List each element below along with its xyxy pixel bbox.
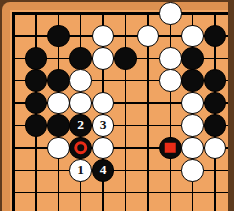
stone-glyph: ●	[49, 114, 67, 136]
move-number-label: 1	[77, 159, 84, 181]
white-stone-c5r6[interactable]: 3	[92, 114, 115, 137]
stone-glyph: ○	[139, 25, 157, 47]
red-circle-mark	[74, 141, 88, 155]
grid-line	[170, 12, 172, 211]
white-stone-c9r7[interactable]: ○	[181, 137, 204, 160]
stone-glyph: ●	[206, 92, 224, 114]
stone-glyph: ●	[27, 70, 45, 92]
red-square-mark	[165, 143, 176, 154]
black-stone-c2r3[interactable]: ●	[25, 47, 48, 70]
stone-glyph: ○	[49, 137, 67, 159]
white-stone-c9r8[interactable]: ○	[181, 159, 204, 182]
stone-glyph: ○	[161, 70, 179, 92]
stone-glyph: ○	[72, 70, 90, 92]
stone-glyph: ○	[161, 2, 179, 24]
black-stone-c3r6[interactable]: ●	[47, 114, 70, 137]
black-stone-c3r2[interactable]: ●	[47, 25, 70, 48]
black-stone-c10r6[interactable]: ●	[204, 114, 227, 137]
stone-glyph: ●	[49, 25, 67, 47]
black-stone-c9r3[interactable]: ●	[181, 47, 204, 70]
white-stone-c8r1[interactable]: ○	[159, 2, 182, 25]
stone-glyph: ●	[49, 70, 67, 92]
white-stone-c8r3[interactable]: ○	[159, 47, 182, 70]
stone-glyph: ●	[206, 70, 224, 92]
grid-line	[125, 12, 127, 211]
white-stone-c3r5[interactable]: ○	[47, 92, 70, 115]
stone-glyph: ○	[206, 137, 224, 159]
black-stone-c9r4[interactable]: ●	[181, 69, 204, 92]
white-stone-c9r2[interactable]: ○	[181, 25, 204, 48]
white-stone-c5r3[interactable]: ○	[92, 47, 115, 70]
stone-glyph: ○	[184, 114, 202, 136]
white-stone-c3r7[interactable]: ○	[47, 137, 70, 160]
stone-glyph: ○	[94, 25, 112, 47]
black-stone-c4r7[interactable]: ●	[69, 137, 92, 160]
stone-glyph: ○	[94, 92, 112, 114]
stone-glyph: ●	[72, 47, 90, 69]
stone-glyph: ●	[184, 47, 202, 69]
stone-glyph: ○	[184, 92, 202, 114]
black-stone-c4r3[interactable]: ●	[69, 47, 92, 70]
white-stone-c8r4[interactable]: ○	[159, 69, 182, 92]
move-number-label: 2	[77, 114, 84, 136]
white-stone-c4r8[interactable]: 1	[69, 159, 92, 182]
white-stone-c4r4[interactable]: ○	[69, 69, 92, 92]
black-stone-c8r7[interactable]: ●	[159, 137, 182, 160]
grid-line	[12, 192, 228, 194]
stone-glyph: ●	[206, 114, 224, 136]
black-stone-c5r8[interactable]: 4	[92, 159, 115, 182]
stone-glyph: ○	[184, 25, 202, 47]
black-stone-c6r3[interactable]: ●	[114, 47, 137, 70]
stone-glyph: ○	[161, 47, 179, 69]
move-number-label: 3	[100, 114, 107, 136]
move-number-label: 4	[100, 159, 107, 181]
stone-glyph: ○	[49, 92, 67, 114]
black-stone-c3r4[interactable]: ●	[47, 69, 70, 92]
grid-line	[12, 12, 14, 211]
grid-line	[12, 12, 228, 14]
stone-glyph: ●	[206, 25, 224, 47]
stone-glyph: ○	[72, 92, 90, 114]
stone-glyph: ●	[27, 114, 45, 136]
stone-glyph: ○	[184, 159, 202, 181]
stone-glyph: ○	[94, 137, 112, 159]
black-stone-c2r4[interactable]: ●	[25, 69, 48, 92]
stone-glyph: ●	[27, 92, 45, 114]
board-right-edge	[228, 0, 234, 211]
stone-glyph: ○	[94, 47, 112, 69]
black-stone-c4r6[interactable]: 2	[69, 114, 92, 137]
black-stone-c2r6[interactable]: ●	[25, 114, 48, 137]
stone-glyph: ●	[27, 47, 45, 69]
white-stone-c9r6[interactable]: ○	[181, 114, 204, 137]
stone-glyph: ○	[184, 137, 202, 159]
stone-glyph: ●	[116, 47, 134, 69]
stone-glyph: ●	[184, 70, 202, 92]
go-board: ○●○○○●●●○●○●●●○○●●●○○○○●●●23○●○●○●○○14○	[0, 0, 234, 211]
